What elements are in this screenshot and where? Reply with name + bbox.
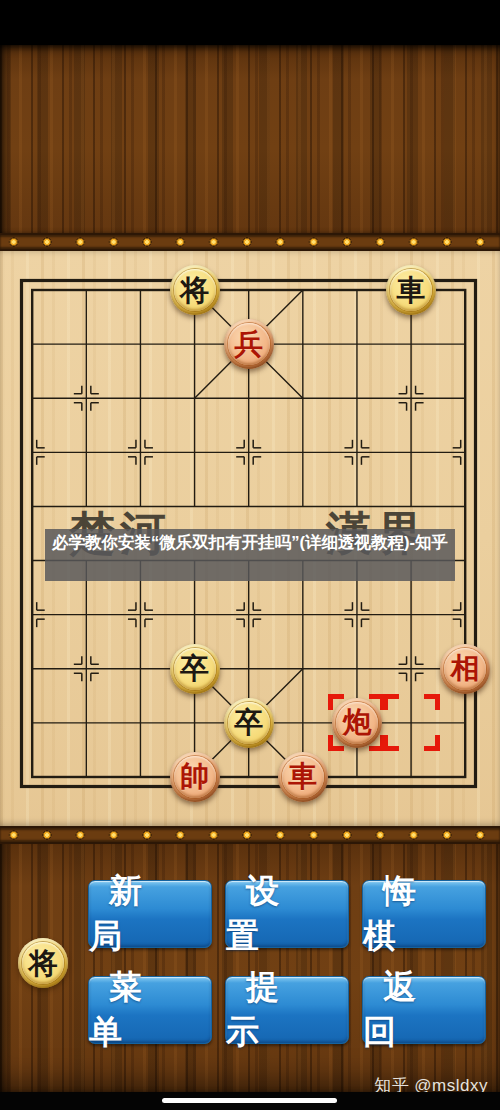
bottom-bar [0,1092,500,1110]
piece-red-炮[interactable]: 炮 [332,698,382,748]
button-设置[interactable]: 设置 [225,880,349,948]
home-indicator[interactable] [162,1098,337,1103]
button-提示[interactable]: 提示 [225,976,349,1044]
button-悔棋[interactable]: 悔棋 [362,880,486,948]
piece-red-相[interactable]: 相 [440,644,490,694]
ad-banner-text: 必学教你安装“微乐双扣有开挂吗”(详细透视教程)-知乎 [52,533,448,551]
piece-red-兵[interactable]: 兵 [224,319,274,369]
tray-piece-black-general: 将 [18,938,68,988]
button-新局[interactable]: 新局 [88,880,212,948]
app-screen: 楚河 漢界 将車兵卒相卒炮帥車 必学教你安装“微乐双扣有开挂吗”(详细透视教程)… [0,0,500,1110]
ad-banner-overlay: 必学教你安装“微乐双扣有开挂吗”(详细透视教程)-知乎 [45,529,455,581]
piece-label: 将 [29,949,58,978]
rivet-strip-bottom [0,826,500,844]
piece-black-卒[interactable]: 卒 [224,698,274,748]
piece-red-帥[interactable]: 帥 [170,752,220,802]
status-bar [0,0,500,45]
piece-red-車[interactable]: 車 [278,752,328,802]
button-返回[interactable]: 返回 [362,976,486,1044]
piece-black-卒[interactable]: 卒 [170,644,220,694]
menu-buttons: 新局设置悔棋菜单提示返回 [88,880,486,1044]
button-菜单[interactable]: 菜单 [88,976,212,1044]
piece-black-将[interactable]: 将 [170,265,220,315]
highlight-bracket [383,694,440,751]
rivet-strip-top [0,233,500,251]
piece-black-車[interactable]: 車 [386,265,436,315]
